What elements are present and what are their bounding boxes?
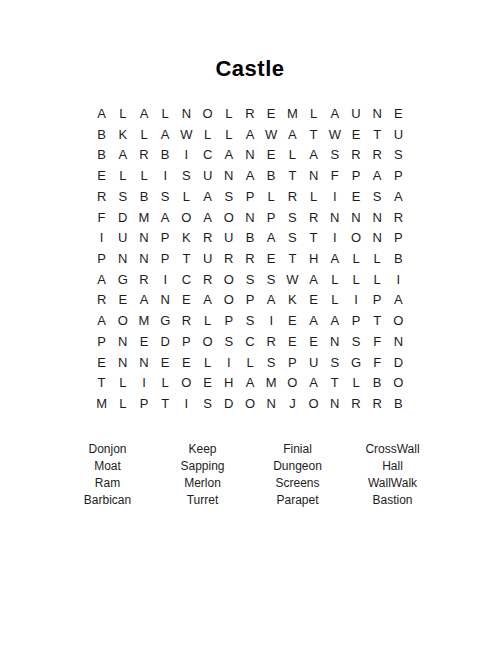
- grid-cell[interactable]: R: [176, 310, 197, 331]
- grid-cell[interactable]: R: [345, 144, 366, 165]
- grid-cell[interactable]: E: [388, 103, 409, 124]
- grid-cell[interactable]: F: [324, 165, 345, 186]
- grid-cell[interactable]: T: [282, 248, 303, 269]
- grid-cell[interactable]: P: [388, 165, 409, 186]
- grid-cell[interactable]: G: [112, 269, 133, 290]
- grid-cell[interactable]: T: [176, 248, 197, 269]
- grid-cell[interactable]: S: [176, 165, 197, 186]
- word-item: Merlon: [155, 474, 250, 491]
- grid-cell[interactable]: W: [282, 269, 303, 290]
- grid-cell[interactable]: B: [261, 165, 282, 186]
- grid-cell[interactable]: A: [133, 103, 154, 124]
- grid-cell[interactable]: M: [91, 393, 112, 414]
- grid-cell[interactable]: I: [176, 393, 197, 414]
- grid-cell[interactable]: D: [155, 331, 176, 352]
- grid-cell[interactable]: R: [239, 248, 260, 269]
- grid-cell[interactable]: N: [303, 165, 324, 186]
- grid-cell[interactable]: N: [367, 207, 388, 228]
- grid-cell[interactable]: M: [133, 207, 154, 228]
- grid-cell[interactable]: O: [218, 207, 239, 228]
- grid-cell[interactable]: A: [155, 124, 176, 145]
- grid-cell[interactable]: P: [155, 227, 176, 248]
- grid-cell[interactable]: L: [197, 124, 218, 145]
- grid-cell[interactable]: E: [133, 331, 154, 352]
- grid-cell[interactable]: C: [197, 144, 218, 165]
- grid-cell[interactable]: P: [388, 227, 409, 248]
- grid-cell[interactable]: O: [176, 207, 197, 228]
- grid-cell[interactable]: L: [345, 248, 366, 269]
- grid-cell[interactable]: N: [345, 207, 366, 228]
- grid-cell[interactable]: P: [176, 331, 197, 352]
- grid-cell[interactable]: O: [303, 393, 324, 414]
- grid-cell[interactable]: I: [155, 165, 176, 186]
- grid-cell[interactable]: M: [282, 103, 303, 124]
- word-item: WallWalk: [345, 474, 440, 491]
- grid-cell[interactable]: A: [324, 248, 345, 269]
- grid-cell[interactable]: P: [133, 393, 154, 414]
- grid-cell[interactable]: S: [324, 352, 345, 373]
- grid-cell[interactable]: B: [388, 393, 409, 414]
- grid-cell[interactable]: L: [324, 290, 345, 311]
- grid-cell[interactable]: K: [176, 227, 197, 248]
- grid-cell[interactable]: U: [112, 227, 133, 248]
- grid-cell[interactable]: F: [367, 331, 388, 352]
- grid-cell[interactable]: P: [345, 165, 366, 186]
- grid-cell[interactable]: A: [197, 186, 218, 207]
- grid-cell[interactable]: E: [345, 186, 366, 207]
- grid-cell[interactable]: B: [367, 373, 388, 394]
- grid-cell[interactable]: C: [176, 269, 197, 290]
- word-item: Sapping: [155, 457, 250, 474]
- grid-cell[interactable]: N: [133, 248, 154, 269]
- grid-cell[interactable]: H: [303, 248, 324, 269]
- grid-cell[interactable]: P: [91, 331, 112, 352]
- grid-cell[interactable]: E: [155, 352, 176, 373]
- grid-cell[interactable]: D: [218, 393, 239, 414]
- word-item: Moat: [60, 457, 155, 474]
- grid-cell[interactable]: L: [345, 269, 366, 290]
- grid-cell[interactable]: R: [367, 393, 388, 414]
- grid-cell[interactable]: E: [176, 352, 197, 373]
- grid-cell[interactable]: C: [239, 331, 260, 352]
- grid-cell[interactable]: A: [303, 310, 324, 331]
- grid-cell[interactable]: U: [197, 165, 218, 186]
- word-item: Donjon: [60, 440, 155, 457]
- grid-cell[interactable]: B: [91, 124, 112, 145]
- grid-cell[interactable]: N: [388, 331, 409, 352]
- grid-cell[interactable]: L: [155, 103, 176, 124]
- word-item: Dungeon: [250, 457, 345, 474]
- grid-cell[interactable]: O: [239, 393, 260, 414]
- grid-cell[interactable]: E: [112, 290, 133, 311]
- grid-cell[interactable]: N: [133, 352, 154, 373]
- grid-cell[interactable]: L: [112, 393, 133, 414]
- grid-cell[interactable]: R: [133, 144, 154, 165]
- grid-cell[interactable]: I: [155, 269, 176, 290]
- grid-cell[interactable]: P: [345, 310, 366, 331]
- grid-cell[interactable]: N: [367, 103, 388, 124]
- grid-cell[interactable]: T: [155, 393, 176, 414]
- grid-cell[interactable]: G: [345, 352, 366, 373]
- grid-cell[interactable]: L: [112, 165, 133, 186]
- grid-cell[interactable]: W: [176, 124, 197, 145]
- grid-cell[interactable]: R: [261, 331, 282, 352]
- grid-cell[interactable]: N: [218, 165, 239, 186]
- grid-cell[interactable]: N: [367, 227, 388, 248]
- grid-cell[interactable]: A: [239, 373, 260, 394]
- word-item: Hall: [345, 457, 440, 474]
- puzzle-title: Castle: [0, 56, 500, 82]
- grid-cell[interactable]: R: [239, 103, 260, 124]
- grid-cell[interactable]: P: [239, 186, 260, 207]
- grid-cell[interactable]: L: [197, 352, 218, 373]
- grid-cell[interactable]: R: [303, 207, 324, 228]
- grid-cell[interactable]: O: [218, 269, 239, 290]
- word-item: Screens: [250, 474, 345, 491]
- grid-cell[interactable]: L: [261, 186, 282, 207]
- grid-cell[interactable]: A: [261, 290, 282, 311]
- grid-cell[interactable]: S: [282, 207, 303, 228]
- grid-cell[interactable]: O: [388, 373, 409, 394]
- grid-cell[interactable]: I: [91, 227, 112, 248]
- grid-cell[interactable]: A: [303, 144, 324, 165]
- grid-cell[interactable]: I: [324, 186, 345, 207]
- grid-cell[interactable]: L: [367, 269, 388, 290]
- grid-cell[interactable]: W: [261, 124, 282, 145]
- grid-cell[interactable]: R: [282, 186, 303, 207]
- grid-cell[interactable]: P: [282, 352, 303, 373]
- grid-cell[interactable]: U: [345, 103, 366, 124]
- grid-cell[interactable]: A: [388, 186, 409, 207]
- grid-cell[interactable]: B: [155, 144, 176, 165]
- grid-cell[interactable]: L: [282, 144, 303, 165]
- grid-cell[interactable]: E: [261, 144, 282, 165]
- grid-cell[interactable]: L: [218, 124, 239, 145]
- grid-cell[interactable]: P: [367, 290, 388, 311]
- grid-cell[interactable]: I: [133, 373, 154, 394]
- grid-cell[interactable]: N: [324, 393, 345, 414]
- grid-cell[interactable]: S: [324, 144, 345, 165]
- word-item: Finial: [250, 440, 345, 457]
- grid-cell[interactable]: I: [218, 352, 239, 373]
- grid-cell[interactable]: K: [282, 290, 303, 311]
- grid-cell[interactable]: P: [261, 207, 282, 228]
- grid-cell[interactable]: T: [367, 124, 388, 145]
- grid-cell[interactable]: R: [218, 248, 239, 269]
- grid-cell[interactable]: O: [176, 373, 197, 394]
- grid-cell[interactable]: H: [218, 373, 239, 394]
- grid-cell[interactable]: N: [239, 207, 260, 228]
- grid-cell[interactable]: E: [282, 310, 303, 331]
- word-item: Parapet: [250, 491, 345, 508]
- grid-cell[interactable]: U: [218, 227, 239, 248]
- grid-cell[interactable]: F: [367, 352, 388, 373]
- grid-cell[interactable]: I: [261, 310, 282, 331]
- grid-cell[interactable]: D: [388, 352, 409, 373]
- grid-cell[interactable]: L: [303, 186, 324, 207]
- grid-cell[interactable]: N: [133, 227, 154, 248]
- grid-cell[interactable]: N: [261, 393, 282, 414]
- grid-cell[interactable]: W: [324, 124, 345, 145]
- word-item: Turret: [155, 491, 250, 508]
- grid-cell[interactable]: A: [388, 290, 409, 311]
- grid-cell[interactable]: L: [197, 310, 218, 331]
- grid-cell[interactable]: R: [91, 290, 112, 311]
- grid-cell[interactable]: E: [91, 352, 112, 373]
- grid-cell[interactable]: T: [367, 310, 388, 331]
- grid-cell[interactable]: I: [345, 290, 366, 311]
- grid-cell[interactable]: M: [261, 373, 282, 394]
- grid-cell[interactable]: S: [155, 186, 176, 207]
- grid-cell[interactable]: S: [239, 269, 260, 290]
- grid-cell[interactable]: A: [261, 227, 282, 248]
- grid-cell[interactable]: S: [282, 227, 303, 248]
- grid-cell[interactable]: L: [112, 103, 133, 124]
- word-item: Bastion: [345, 491, 440, 508]
- grid-cell[interactable]: T: [303, 227, 324, 248]
- grid-cell[interactable]: K: [112, 124, 133, 145]
- word-item: Barbican: [60, 491, 155, 508]
- grid-cell[interactable]: A: [112, 144, 133, 165]
- grid-cell[interactable]: A: [218, 144, 239, 165]
- grid-cell[interactable]: A: [367, 165, 388, 186]
- grid-cell[interactable]: P: [91, 248, 112, 269]
- grid-cell[interactable]: E: [261, 103, 282, 124]
- grid-cell[interactable]: L: [176, 186, 197, 207]
- grid-cell[interactable]: E: [197, 373, 218, 394]
- grid-cell[interactable]: T: [303, 124, 324, 145]
- grid-cell[interactable]: L: [345, 373, 366, 394]
- grid-cell[interactable]: O: [345, 227, 366, 248]
- grid-cell[interactable]: N: [239, 144, 260, 165]
- grid-cell[interactable]: L: [133, 124, 154, 145]
- grid-cell[interactable]: S: [261, 352, 282, 373]
- grid-cell[interactable]: A: [91, 269, 112, 290]
- grid-cell[interactable]: N: [112, 331, 133, 352]
- grid-cell[interactable]: O: [197, 331, 218, 352]
- grid-cell[interactable]: S: [345, 331, 366, 352]
- grid-cell[interactable]: E: [176, 290, 197, 311]
- grid-cell[interactable]: P: [218, 310, 239, 331]
- grid-cell[interactable]: F: [91, 207, 112, 228]
- grid-cell[interactable]: S: [218, 186, 239, 207]
- grid-cell[interactable]: A: [155, 207, 176, 228]
- grid-cell[interactable]: J: [282, 393, 303, 414]
- grid-cell[interactable]: E: [282, 331, 303, 352]
- grid-cell[interactable]: T: [91, 373, 112, 394]
- grid-cell[interactable]: L: [155, 373, 176, 394]
- grid-cell[interactable]: R: [197, 227, 218, 248]
- word-item: Ram: [60, 474, 155, 491]
- grid-cell[interactable]: S: [388, 144, 409, 165]
- grid-cell[interactable]: N: [155, 290, 176, 311]
- grid-cell[interactable]: R: [388, 207, 409, 228]
- grid-cell[interactable]: T: [324, 373, 345, 394]
- grid-cell[interactable]: L: [133, 165, 154, 186]
- grid-cell[interactable]: E: [303, 331, 324, 352]
- grid-cell[interactable]: A: [91, 103, 112, 124]
- grid-cell[interactable]: B: [239, 227, 260, 248]
- grid-cell[interactable]: A: [91, 310, 112, 331]
- grid-cell[interactable]: L: [324, 269, 345, 290]
- grid-cell[interactable]: R: [197, 269, 218, 290]
- grid-cell[interactable]: A: [324, 103, 345, 124]
- grid-cell[interactable]: N: [324, 207, 345, 228]
- grid-cell[interactable]: N: [112, 248, 133, 269]
- grid-cell[interactable]: R: [91, 186, 112, 207]
- grid-cell[interactable]: A: [239, 124, 260, 145]
- grid-cell[interactable]: T: [282, 165, 303, 186]
- grid-cell[interactable]: B: [91, 144, 112, 165]
- grid-cell[interactable]: A: [282, 124, 303, 145]
- grid-cell[interactable]: A: [324, 310, 345, 331]
- grid-cell[interactable]: A: [133, 290, 154, 311]
- grid-cell[interactable]: L: [303, 103, 324, 124]
- grid-cell[interactable]: O: [197, 103, 218, 124]
- puzzle-page: Castle ALALNOLREMLAUNEBKLAWLLAWATWETUBAR…: [0, 0, 500, 647]
- grid-cell[interactable]: M: [133, 310, 154, 331]
- grid-cell[interactable]: P: [239, 290, 260, 311]
- grid-cell[interactable]: O: [112, 310, 133, 331]
- grid-cell[interactable]: S: [239, 310, 260, 331]
- grid-cell[interactable]: I: [324, 227, 345, 248]
- grid-cell[interactable]: A: [239, 165, 260, 186]
- grid-cell[interactable]: R: [345, 393, 366, 414]
- grid-cell[interactable]: U: [303, 352, 324, 373]
- grid-cell[interactable]: O: [218, 290, 239, 311]
- word-list: DonjonKeepFinialCrossWallMoatSappingDung…: [60, 440, 440, 508]
- grid-cell[interactable]: E: [261, 248, 282, 269]
- grid-cell[interactable]: G: [155, 310, 176, 331]
- grid-cell[interactable]: L: [367, 248, 388, 269]
- grid-cell[interactable]: N: [324, 331, 345, 352]
- grid-cell[interactable]: O: [282, 373, 303, 394]
- grid-cell[interactable]: E: [91, 165, 112, 186]
- grid-cell[interactable]: S: [197, 393, 218, 414]
- grid-cell[interactable]: B: [133, 186, 154, 207]
- grid-cell[interactable]: S: [112, 186, 133, 207]
- grid-cell[interactable]: B: [388, 248, 409, 269]
- grid-cell[interactable]: I: [176, 144, 197, 165]
- grid-cell[interactable]: A: [303, 269, 324, 290]
- grid-cell[interactable]: N: [112, 352, 133, 373]
- grid-cell[interactable]: A: [303, 373, 324, 394]
- grid-cell[interactable]: L: [112, 373, 133, 394]
- grid-cell[interactable]: R: [367, 144, 388, 165]
- grid-cell[interactable]: S: [218, 331, 239, 352]
- grid-cell[interactable]: U: [197, 248, 218, 269]
- grid-cell[interactable]: R: [133, 269, 154, 290]
- grid-cell[interactable]: L: [218, 103, 239, 124]
- grid-cell[interactable]: N: [176, 103, 197, 124]
- grid-cell[interactable]: S: [261, 269, 282, 290]
- grid-cell[interactable]: S: [367, 186, 388, 207]
- grid-cell[interactable]: E: [345, 124, 366, 145]
- grid-cell[interactable]: E: [303, 290, 324, 311]
- grid-cell[interactable]: A: [197, 290, 218, 311]
- word-item: Keep: [155, 440, 250, 457]
- grid-cell[interactable]: D: [112, 207, 133, 228]
- grid-cell[interactable]: O: [388, 310, 409, 331]
- grid-cell[interactable]: I: [388, 269, 409, 290]
- grid-cell[interactable]: L: [239, 352, 260, 373]
- grid-cell[interactable]: U: [388, 124, 409, 145]
- letter-grid: ALALNOLREMLAUNEBKLAWLLAWATWETUBARBICANEL…: [91, 103, 409, 414]
- word-item: CrossWall: [345, 440, 440, 457]
- grid-cell[interactable]: P: [155, 248, 176, 269]
- grid-cell[interactable]: A: [197, 207, 218, 228]
